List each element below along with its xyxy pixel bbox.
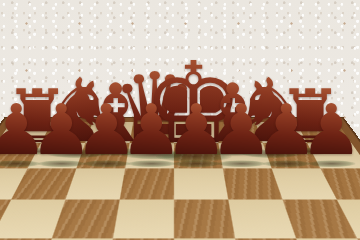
pieces-layer: ♜♞♝♛♚♝♞♜♟♟♟♟♟♟♟♟	[0, 0, 360, 240]
piece-black-pawn-h7[interactable]: ♟	[300, 95, 360, 165]
pawn-glyph: ♟	[300, 95, 360, 165]
scene: ♜♞♝♛♚♝♞♜♟♟♟♟♟♟♟♟	[0, 0, 360, 240]
